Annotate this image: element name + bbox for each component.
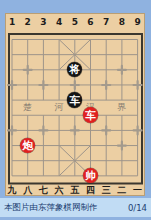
- top-file-labels: 1 2 3 4 5 6 7 8 9: [4, 16, 145, 28]
- piece-red-general[interactable]: 帅: [83, 168, 98, 183]
- piece-black-chariot[interactable]: 车: [67, 92, 82, 107]
- piece-layer: 将 车 车 炮 帅: [4, 32, 145, 183]
- file-label-bottom-4: 四: [83, 185, 99, 197]
- credit-text: 本图片由东萍象棋网制作: [4, 202, 98, 214]
- file-label-top-8: 8: [114, 16, 130, 28]
- piece-black-general[interactable]: 将: [67, 62, 82, 77]
- file-label-bottom-1: 一: [130, 185, 146, 197]
- file-label-bottom-7: 七: [36, 185, 52, 197]
- file-label-bottom-2: 二: [114, 185, 130, 197]
- piece-red-cannon[interactable]: 炮: [20, 138, 35, 153]
- piece-glyph: 帅: [85, 170, 96, 181]
- file-label-top-9: 9: [130, 16, 146, 28]
- file-label-top-4: 4: [51, 16, 67, 28]
- piece-red-chariot[interactable]: 车: [83, 107, 98, 122]
- xiangqi-viewer: 1 2 3 4 5 6 7 8 9 楚 河 汉 界 将 车 车 炮 帅 九 八 …: [0, 0, 151, 220]
- move-counter: 0/14: [128, 203, 147, 213]
- file-label-bottom-9: 九: [4, 185, 20, 197]
- bottom-file-labels: 九 八 七 六 五 四 三 二 一: [4, 185, 145, 197]
- piece-glyph: 车: [85, 110, 96, 121]
- file-label-bottom-6: 六: [51, 185, 67, 197]
- file-label-bottom-8: 八: [20, 185, 36, 197]
- status-bar: 本图片由东萍象棋网制作 0/14: [0, 198, 151, 217]
- piece-glyph: 将: [70, 64, 81, 75]
- file-label-top-5: 5: [67, 16, 83, 28]
- file-label-bottom-3: 三: [98, 185, 114, 197]
- piece-glyph: 车: [70, 95, 81, 106]
- file-label-top-7: 7: [98, 16, 114, 28]
- file-label-top-1: 1: [4, 16, 20, 28]
- file-label-top-6: 6: [83, 16, 99, 28]
- piece-glyph: 炮: [22, 140, 33, 151]
- file-label-bottom-5: 五: [67, 185, 83, 197]
- file-label-top-3: 3: [36, 16, 52, 28]
- file-label-top-2: 2: [20, 16, 36, 28]
